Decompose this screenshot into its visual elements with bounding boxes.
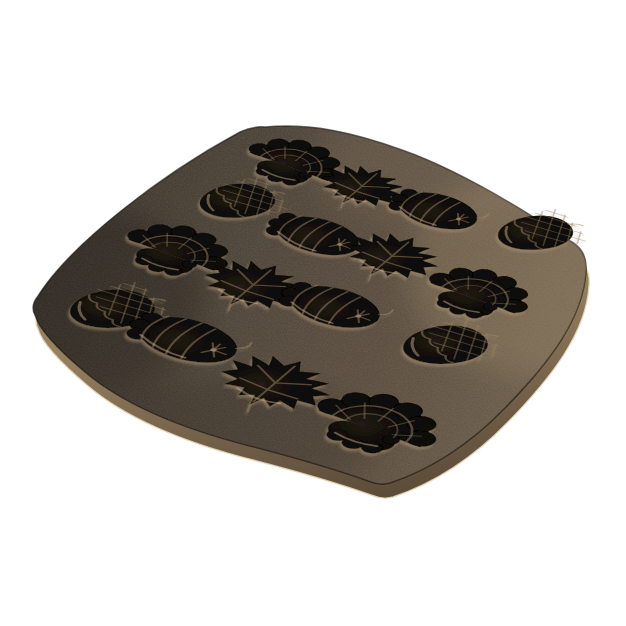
baking-pan: [0, 0, 626, 626]
product-photo: [0, 0, 626, 626]
photo-canvas: [0, 0, 626, 626]
